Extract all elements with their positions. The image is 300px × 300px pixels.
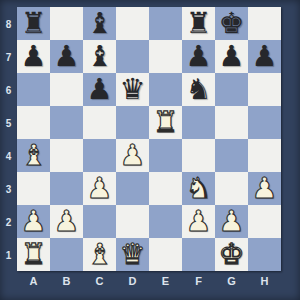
white-pawn[interactable]: ♟ bbox=[219, 205, 245, 238]
square-g5[interactable] bbox=[215, 106, 248, 139]
square-h4[interactable] bbox=[248, 139, 281, 172]
chess-board: ♜♝♜♚♟♟♝♟♟♟♟♛♞♜♝♟♟♞♟♟♟♟♟♜♝♛♚ bbox=[17, 7, 281, 271]
square-d5[interactable] bbox=[116, 106, 149, 139]
white-king[interactable]: ♚ bbox=[219, 238, 245, 271]
square-f8[interactable]: ♜ bbox=[182, 7, 215, 40]
white-knight[interactable]: ♞ bbox=[186, 172, 212, 205]
file-label-e: E bbox=[149, 271, 182, 293]
square-d4[interactable]: ♟ bbox=[116, 139, 149, 172]
square-e8[interactable] bbox=[149, 7, 182, 40]
file-label-b: B bbox=[50, 271, 83, 293]
black-pawn[interactable]: ♟ bbox=[54, 40, 80, 73]
rank-label-2: 2 bbox=[0, 205, 17, 238]
white-queen[interactable]: ♛ bbox=[120, 238, 146, 271]
square-e4[interactable] bbox=[149, 139, 182, 172]
square-d6[interactable]: ♛ bbox=[116, 73, 149, 106]
square-f7[interactable]: ♟ bbox=[182, 40, 215, 73]
square-h5[interactable] bbox=[248, 106, 281, 139]
square-a8[interactable]: ♜ bbox=[17, 7, 50, 40]
square-g3[interactable] bbox=[215, 172, 248, 205]
square-e2[interactable] bbox=[149, 205, 182, 238]
square-b7[interactable]: ♟ bbox=[50, 40, 83, 73]
square-e7[interactable] bbox=[149, 40, 182, 73]
square-h7[interactable]: ♟ bbox=[248, 40, 281, 73]
square-h1[interactable] bbox=[248, 238, 281, 271]
white-pawn[interactable]: ♟ bbox=[87, 172, 113, 205]
black-king[interactable]: ♚ bbox=[219, 7, 245, 40]
white-pawn[interactable]: ♟ bbox=[186, 205, 212, 238]
square-h8[interactable] bbox=[248, 7, 281, 40]
white-pawn[interactable]: ♟ bbox=[54, 205, 80, 238]
white-rook[interactable]: ♜ bbox=[21, 238, 47, 271]
rank-labels: 87654321 bbox=[0, 7, 17, 271]
square-g8[interactable]: ♚ bbox=[215, 7, 248, 40]
black-pawn[interactable]: ♟ bbox=[252, 40, 278, 73]
file-label-a: A bbox=[17, 271, 50, 293]
black-bishop[interactable]: ♝ bbox=[87, 40, 113, 73]
black-pawn[interactable]: ♟ bbox=[186, 40, 212, 73]
white-pawn[interactable]: ♟ bbox=[252, 172, 278, 205]
square-g2[interactable]: ♟ bbox=[215, 205, 248, 238]
file-label-c: C bbox=[83, 271, 116, 293]
file-label-f: F bbox=[182, 271, 215, 293]
square-g7[interactable]: ♟ bbox=[215, 40, 248, 73]
square-b6[interactable] bbox=[50, 73, 83, 106]
black-rook[interactable]: ♜ bbox=[21, 7, 47, 40]
rank-label-1: 1 bbox=[0, 238, 17, 271]
square-d8[interactable] bbox=[116, 7, 149, 40]
square-b4[interactable] bbox=[50, 139, 83, 172]
square-a3[interactable] bbox=[17, 172, 50, 205]
white-pawn[interactable]: ♟ bbox=[120, 139, 146, 172]
square-h6[interactable] bbox=[248, 73, 281, 106]
white-bishop[interactable]: ♝ bbox=[87, 238, 113, 271]
square-b8[interactable] bbox=[50, 7, 83, 40]
square-f4[interactable] bbox=[182, 139, 215, 172]
file-label-g: G bbox=[215, 271, 248, 293]
square-g1[interactable]: ♚ bbox=[215, 238, 248, 271]
white-bishop[interactable]: ♝ bbox=[21, 139, 47, 172]
rank-label-4: 4 bbox=[0, 139, 17, 172]
white-pawn[interactable]: ♟ bbox=[21, 205, 47, 238]
square-f5[interactable] bbox=[182, 106, 215, 139]
square-g4[interactable] bbox=[215, 139, 248, 172]
file-label-h: H bbox=[248, 271, 281, 293]
square-c7[interactable]: ♝ bbox=[83, 40, 116, 73]
file-label-d: D bbox=[116, 271, 149, 293]
black-pawn[interactable]: ♟ bbox=[87, 73, 113, 106]
square-a4[interactable]: ♝ bbox=[17, 139, 50, 172]
rank-label-3: 3 bbox=[0, 172, 17, 205]
square-c1[interactable]: ♝ bbox=[83, 238, 116, 271]
rank-label-5: 5 bbox=[0, 106, 17, 139]
square-d3[interactable] bbox=[116, 172, 149, 205]
square-g6[interactable] bbox=[215, 73, 248, 106]
black-pawn[interactable]: ♟ bbox=[219, 40, 245, 73]
square-f2[interactable]: ♟ bbox=[182, 205, 215, 238]
square-e6[interactable] bbox=[149, 73, 182, 106]
square-b5[interactable] bbox=[50, 106, 83, 139]
square-h2[interactable] bbox=[248, 205, 281, 238]
square-a7[interactable]: ♟ bbox=[17, 40, 50, 73]
square-f6[interactable]: ♞ bbox=[182, 73, 215, 106]
square-f1[interactable] bbox=[182, 238, 215, 271]
black-queen[interactable]: ♛ bbox=[120, 73, 146, 106]
square-d1[interactable]: ♛ bbox=[116, 238, 149, 271]
file-labels: ABCDEFGH bbox=[17, 271, 281, 293]
black-knight[interactable]: ♞ bbox=[186, 73, 212, 106]
square-d7[interactable] bbox=[116, 40, 149, 73]
square-c4[interactable] bbox=[83, 139, 116, 172]
square-e5[interactable]: ♜ bbox=[149, 106, 182, 139]
square-c5[interactable] bbox=[83, 106, 116, 139]
square-c3[interactable]: ♟ bbox=[83, 172, 116, 205]
rank-label-7: 7 bbox=[0, 40, 17, 73]
square-h3[interactable]: ♟ bbox=[248, 172, 281, 205]
square-c2[interactable] bbox=[83, 205, 116, 238]
square-a5[interactable] bbox=[17, 106, 50, 139]
square-b3[interactable] bbox=[50, 172, 83, 205]
square-d2[interactable] bbox=[116, 205, 149, 238]
chess-diagram: 87654321 ♜♝♜♚♟♟♝♟♟♟♟♛♞♜♝♟♟♞♟♟♟♟♟♜♝♛♚ ABC… bbox=[0, 0, 300, 300]
rank-label-6: 6 bbox=[0, 73, 17, 106]
square-f3[interactable]: ♞ bbox=[182, 172, 215, 205]
square-c8[interactable]: ♝ bbox=[83, 7, 116, 40]
square-c6[interactable]: ♟ bbox=[83, 73, 116, 106]
square-e1[interactable] bbox=[149, 238, 182, 271]
black-rook[interactable]: ♜ bbox=[186, 7, 212, 40]
square-a1[interactable]: ♜ bbox=[17, 238, 50, 271]
square-b2[interactable]: ♟ bbox=[50, 205, 83, 238]
white-rook[interactable]: ♜ bbox=[153, 106, 179, 139]
square-a6[interactable] bbox=[17, 73, 50, 106]
black-bishop[interactable]: ♝ bbox=[87, 7, 113, 40]
square-a2[interactable]: ♟ bbox=[17, 205, 50, 238]
rank-label-8: 8 bbox=[0, 7, 17, 40]
square-b1[interactable] bbox=[50, 238, 83, 271]
black-pawn[interactable]: ♟ bbox=[21, 40, 47, 73]
square-e3[interactable] bbox=[149, 172, 182, 205]
